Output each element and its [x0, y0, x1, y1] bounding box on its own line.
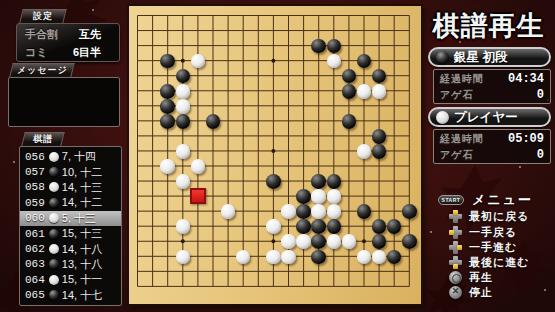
black-stone [311, 219, 326, 234]
black-stone [296, 219, 311, 234]
cross-button-icon [449, 286, 462, 299]
move-stone-icon [49, 229, 59, 239]
move-stone-icon [49, 244, 59, 254]
dpad-down-icon [449, 256, 462, 269]
circle-button-icon [449, 271, 462, 284]
black-stone [311, 250, 326, 265]
white-captures-label: アゲ石 [440, 148, 473, 162]
move-stone-icon [49, 213, 59, 223]
white-stone [266, 250, 281, 265]
kifu-row[interactable]: 062 14, 十八 [20, 241, 121, 256]
black-stone [342, 84, 357, 99]
move-stone-icon [49, 290, 59, 300]
menu-title: メニュー [472, 191, 533, 209]
star-point [271, 239, 275, 243]
black-captures-label: アゲ石 [440, 88, 473, 102]
black-stone [311, 234, 326, 249]
white-player-info: 経過時間 05:09 アゲ石 0 [433, 129, 551, 164]
black-stone [402, 204, 417, 219]
kifu-row[interactable]: 058 14, 十三 [20, 180, 121, 195]
white-stone [372, 84, 387, 99]
move-stone-icon [49, 198, 59, 208]
white-player-name: プレイヤー [454, 109, 518, 126]
black-stone [160, 114, 175, 129]
black-stone [327, 219, 342, 234]
white-stone [176, 144, 191, 159]
menu-header: START メニュー [438, 191, 533, 209]
white-stone [176, 174, 191, 189]
message-tab: メッセージ [9, 63, 74, 77]
settings-panel: 手合割 互先 コミ 6目半 [16, 23, 120, 62]
white-time-value: 05:09 [508, 132, 544, 146]
white-stone [176, 84, 191, 99]
kifu-row[interactable]: 065 14, 十七 [20, 288, 121, 303]
message-box [8, 77, 120, 127]
white-stone [281, 204, 296, 219]
black-stone [296, 189, 311, 204]
black-stone [176, 114, 191, 129]
kifu-row[interactable]: 061 15, 十三 [20, 226, 121, 241]
kifu-row[interactable]: 059 14, 十二 [20, 195, 121, 210]
kifu-row[interactable]: 064 15, 十一 [20, 272, 121, 287]
komi-label: コミ [25, 45, 48, 60]
star-point [271, 149, 275, 153]
white-stone [176, 219, 191, 234]
menu-item-step-back[interactable]: 一手戻る [449, 225, 517, 239]
black-stone-icon [436, 51, 449, 64]
star-point [271, 59, 275, 63]
kifu-row[interactable]: 063 13, 十八 [20, 257, 121, 272]
white-stone [342, 234, 357, 249]
komi-row: コミ 6目半 [17, 43, 119, 61]
white-stone [327, 234, 342, 249]
handicap-label: 手合割 [25, 27, 58, 42]
menu-item-go-to-end[interactable]: 最後に進む [449, 255, 530, 269]
white-stone [176, 250, 191, 265]
white-captures-value: 0 [537, 148, 544, 162]
kifu-row[interactable]: 057 10, 十二 [20, 164, 121, 179]
move-stone-icon [49, 167, 59, 177]
dpad-up-icon [449, 210, 462, 223]
black-player-name: 銀星 初段 [454, 49, 507, 66]
white-time-label: 経過時間 [440, 132, 484, 146]
white-stone [160, 159, 175, 174]
white-stone [357, 84, 372, 99]
white-stone [176, 99, 191, 114]
white-stone [327, 204, 342, 219]
go-board [129, 6, 421, 304]
star-point [181, 239, 185, 243]
kifu-replay-screen: { "game": "go", "screen_title": "棋譜再生", … [0, 0, 555, 312]
black-stone [327, 174, 342, 189]
move-stone-icon [49, 259, 59, 269]
white-stone [311, 204, 326, 219]
black-player-bar: 銀星 初段 [428, 47, 551, 67]
move-stone-icon [49, 275, 59, 285]
white-stone [191, 159, 206, 174]
menu-item-stop[interactable]: 停止 [449, 285, 493, 299]
white-stone [311, 189, 326, 204]
current-move-marker [190, 188, 206, 204]
kifu-move-list[interactable]: 056 7, 十四 057 10, 十二 058 14, 十三 059 14, … [19, 146, 122, 306]
black-stone [160, 84, 175, 99]
white-stone [357, 144, 372, 159]
white-stone-icon [436, 111, 449, 124]
dpad-right-icon [449, 241, 462, 254]
handicap-value: 互先 [79, 27, 109, 42]
black-stone [342, 114, 357, 129]
kifu-tab: 棋譜 [21, 132, 64, 146]
settings-tab-label: 設定 [33, 10, 53, 23]
move-stone-icon [49, 182, 59, 192]
kifu-row-selected[interactable]: 060 5, 十三 [20, 211, 121, 226]
menu-item-go-to-start[interactable]: 最初に戻る [449, 209, 530, 223]
star-point [181, 59, 185, 63]
black-stone [311, 174, 326, 189]
settings-tab: 設定 [19, 9, 66, 23]
menu-item-step-forward[interactable]: 一手進む [449, 240, 517, 254]
kifu-tab-label: 棋譜 [33, 133, 53, 146]
star-point [362, 239, 366, 243]
black-stone [160, 99, 175, 114]
white-stone [281, 234, 296, 249]
black-time-label: 経過時間 [440, 72, 484, 86]
black-stone [372, 129, 387, 144]
dpad-left-icon [449, 226, 462, 239]
black-stone [266, 174, 281, 189]
white-stone [281, 250, 296, 265]
message-tab-label: メッセージ [16, 64, 67, 77]
black-stone [206, 114, 221, 129]
handicap-row: 手合割 互先 [17, 25, 119, 43]
black-stone [296, 204, 311, 219]
black-stone [372, 144, 387, 159]
kifu-row[interactable]: 056 7, 十四 [20, 149, 121, 164]
black-stone [402, 234, 417, 249]
move-stone-icon [49, 152, 59, 162]
white-player-bar: プレイヤー [428, 107, 551, 127]
komi-value: 6目半 [73, 45, 109, 60]
white-stone [327, 189, 342, 204]
page-title: 棋譜再生 [422, 8, 555, 44]
black-captures-value: 0 [537, 88, 544, 102]
black-player-info: 経過時間 04:34 アゲ石 0 [433, 69, 551, 104]
menu-item-play[interactable]: 再生 [449, 270, 493, 284]
start-button-icon[interactable]: START [438, 195, 464, 205]
white-stone [266, 219, 281, 234]
white-stone [296, 234, 311, 249]
black-stone [357, 204, 372, 219]
black-time-value: 04:34 [508, 72, 544, 86]
